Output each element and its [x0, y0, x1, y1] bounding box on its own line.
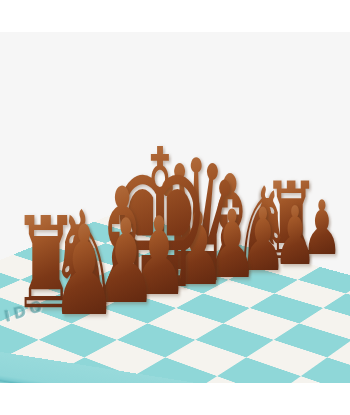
pieces-layer: ♜♞♝♚♛♝♞♜♟♟♟♟♟♟♟♟ — [0, 32, 350, 383]
photo-backdrop: IDO ♜♞♝♚♛♝♞♜♟♟♟♟♟♟♟♟ — [0, 32, 350, 383]
product-photo-stage: IDO ♜♞♝♚♛♝♞♜♟♟♟♟♟♟♟♟ — [0, 0, 350, 415]
piece-pawn-h7[interactable]: ♟ — [51, 209, 118, 333]
